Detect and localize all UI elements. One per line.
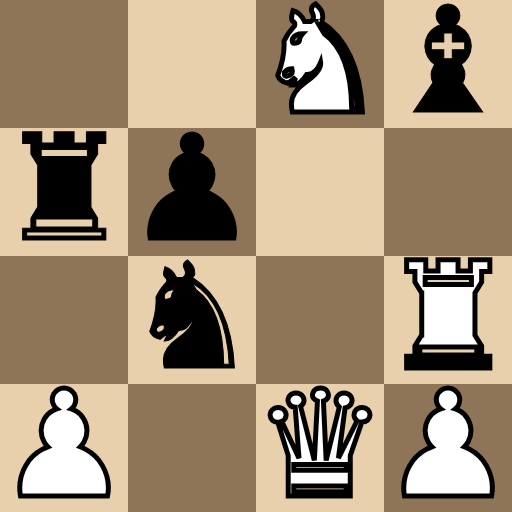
square-r2c1[interactable]: ♞: [128, 256, 256, 384]
square-r1c1[interactable]: ♟: [128, 128, 256, 256]
square-r0c3[interactable]: ♝: [384, 0, 512, 128]
square-r3c1[interactable]: [128, 384, 256, 512]
square-r1c2[interactable]: [256, 128, 384, 256]
square-r1c0[interactable]: ♜: [0, 128, 128, 256]
white-queen[interactable]: ♛: [256, 384, 384, 509]
square-r2c3[interactable]: ♜: [384, 256, 512, 384]
black-pawn[interactable]: ♟: [128, 128, 256, 253]
square-r0c0[interactable]: [0, 0, 128, 128]
square-r3c0[interactable]: ♟: [0, 384, 128, 512]
square-r0c1[interactable]: [128, 0, 256, 128]
white-knight[interactable]: ♞: [256, 0, 384, 125]
black-knight[interactable]: ♞: [128, 256, 256, 381]
square-r2c0[interactable]: [0, 256, 128, 384]
white-rook[interactable]: ♜: [384, 256, 512, 381]
square-r1c3[interactable]: [384, 128, 512, 256]
black-rook[interactable]: ♜: [0, 128, 128, 253]
white-pawn-2[interactable]: ♟: [384, 384, 512, 509]
chess-board: ♞ ♝ ♜ ♟ ♞ ♜ ♟ ♛ ♟: [0, 0, 512, 512]
black-bishop[interactable]: ♝: [384, 0, 512, 125]
square-r2c2[interactable]: [256, 256, 384, 384]
square-r3c2[interactable]: ♛: [256, 384, 384, 512]
white-pawn[interactable]: ♟: [0, 384, 128, 509]
square-r0c2[interactable]: ♞: [256, 0, 384, 128]
square-r3c3[interactable]: ♟: [384, 384, 512, 512]
